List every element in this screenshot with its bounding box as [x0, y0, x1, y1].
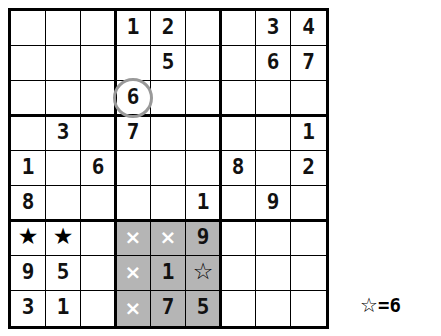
cell-r5c4[interactable] — [116, 151, 151, 186]
cell-r1c2[interactable] — [46, 11, 81, 46]
cell-r4c1[interactable] — [11, 116, 46, 151]
cell-r9c9[interactable] — [291, 291, 326, 326]
cell-r7c3[interactable] — [81, 221, 116, 256]
given-digit: 1 — [127, 17, 140, 38]
cell-r1c5[interactable]: 2 — [151, 11, 186, 46]
cell-r4c6[interactable] — [186, 116, 221, 151]
cell-r8c9[interactable] — [291, 256, 326, 291]
cell-r1c9[interactable]: 4 — [291, 11, 326, 46]
cell-r7c7[interactable] — [221, 221, 256, 256]
cell-r7c5[interactable]: × — [151, 221, 186, 256]
cell-r9c3[interactable] — [81, 291, 116, 326]
cell-r2c4[interactable] — [116, 46, 151, 81]
legend-text: =6 — [378, 296, 401, 315]
cell-r7c1[interactable]: ★ — [11, 221, 46, 256]
cell-r4c8[interactable] — [256, 116, 291, 151]
given-digit: 3 — [267, 17, 280, 38]
cell-r9c5[interactable]: 7 — [151, 291, 186, 326]
given-digit: 7 — [162, 297, 175, 318]
cell-r6c1[interactable]: 8 — [11, 186, 46, 221]
cell-r8c3[interactable] — [81, 256, 116, 291]
cell-r2c7[interactable] — [221, 46, 256, 81]
sudoku-diagram: 123456763711682819★★××995×1☆31×75 ☆=6 — [0, 0, 441, 336]
cell-r6c3[interactable] — [81, 186, 116, 221]
cell-r5c8[interactable] — [256, 151, 291, 186]
given-digit: 3 — [22, 297, 35, 318]
cell-r7c2[interactable]: ★ — [46, 221, 81, 256]
box-separator-horizontal-2 — [11, 219, 326, 222]
cell-r7c8[interactable] — [256, 221, 291, 256]
black-star-icon: ★ — [53, 225, 74, 248]
cell-r9c2[interactable]: 1 — [46, 291, 81, 326]
cell-r1c6[interactable] — [186, 11, 221, 46]
given-digit: 7 — [302, 52, 315, 73]
cell-r2c1[interactable] — [11, 46, 46, 81]
box-separator-horizontal-1 — [11, 114, 326, 117]
box-separator-vertical-1 — [114, 11, 117, 326]
given-digit: 1 — [162, 262, 175, 283]
cell-r6c8[interactable]: 9 — [256, 186, 291, 221]
cell-r6c9[interactable] — [291, 186, 326, 221]
cell-r8c7[interactable] — [221, 256, 256, 291]
given-digit: 1 — [302, 122, 315, 143]
cell-r5c9[interactable]: 2 — [291, 151, 326, 186]
cell-r4c3[interactable] — [81, 116, 116, 151]
given-digit: 1 — [57, 297, 70, 318]
given-digit: 2 — [302, 157, 315, 178]
given-digit: 8 — [22, 192, 35, 213]
cell-r8c5[interactable]: 1 — [151, 256, 186, 291]
cell-r8c6[interactable]: ☆ — [186, 256, 221, 291]
given-digit: 5 — [197, 297, 210, 318]
cell-r6c7[interactable] — [221, 186, 256, 221]
given-digit: 1 — [22, 157, 35, 178]
given-digit: 2 — [162, 17, 175, 38]
cell-r4c4[interactable]: 7 — [116, 116, 151, 151]
cell-r6c2[interactable] — [46, 186, 81, 221]
given-digit: 1 — [197, 192, 210, 213]
cell-r3c8[interactable] — [256, 81, 291, 116]
cell-r9c7[interactable] — [221, 291, 256, 326]
given-digit: 4 — [302, 17, 315, 38]
cell-r3c7[interactable] — [221, 81, 256, 116]
cell-r5c2[interactable] — [46, 151, 81, 186]
given-digit: 6 — [92, 157, 105, 178]
cell-r9c1[interactable]: 3 — [11, 291, 46, 326]
x-mark-icon: × — [125, 298, 142, 318]
box-separator-vertical-2 — [219, 11, 222, 326]
given-digit: 6 — [267, 52, 280, 73]
cell-r2c9[interactable]: 7 — [291, 46, 326, 81]
white-star-icon: ☆ — [193, 260, 214, 283]
cell-r1c8[interactable]: 3 — [256, 11, 291, 46]
cell-r3c4[interactable]: 6 — [116, 81, 151, 116]
cell-r3c2[interactable] — [46, 81, 81, 116]
cell-r4c9[interactable]: 1 — [291, 116, 326, 151]
cell-r7c4[interactable]: × — [116, 221, 151, 256]
given-digit: 9 — [22, 262, 35, 283]
cell-r2c8[interactable]: 6 — [256, 46, 291, 81]
cell-r3c6[interactable] — [186, 81, 221, 116]
cell-r5c7[interactable]: 8 — [221, 151, 256, 186]
cell-r2c3[interactable] — [81, 46, 116, 81]
cell-r5c6[interactable] — [186, 151, 221, 186]
given-digit: 5 — [162, 52, 175, 73]
cell-r6c4[interactable] — [116, 186, 151, 221]
cell-r8c1[interactable]: 9 — [11, 256, 46, 291]
cell-r3c3[interactable] — [81, 81, 116, 116]
cell-r4c2[interactable]: 3 — [46, 116, 81, 151]
black-star-icon: ★ — [18, 225, 39, 248]
cell-r8c2[interactable]: 5 — [46, 256, 81, 291]
given-digit: 9 — [267, 192, 280, 213]
cell-r2c6[interactable] — [186, 46, 221, 81]
given-digit: 3 — [57, 122, 70, 143]
cell-r3c1[interactable] — [11, 81, 46, 116]
cell-r1c3[interactable] — [81, 11, 116, 46]
cell-r7c9[interactable] — [291, 221, 326, 256]
given-digit: 5 — [57, 262, 70, 283]
cell-r8c8[interactable] — [256, 256, 291, 291]
cell-r2c5[interactable]: 5 — [151, 46, 186, 81]
given-digit: 7 — [127, 122, 140, 143]
given-digit: 8 — [232, 157, 245, 178]
x-mark-icon: × — [160, 227, 177, 247]
cell-r1c1[interactable] — [11, 11, 46, 46]
legend: ☆=6 — [360, 293, 401, 317]
cell-r4c7[interactable] — [221, 116, 256, 151]
cell-r9c8[interactable] — [256, 291, 291, 326]
cell-r1c7[interactable] — [221, 11, 256, 46]
cell-r3c5[interactable] — [151, 81, 186, 116]
given-digit: 6 — [127, 87, 140, 108]
sudoku-board: 123456763711682819★★××995×1☆31×75 — [8, 8, 329, 329]
cell-r4c5[interactable] — [151, 116, 186, 151]
cell-r6c6[interactable]: 1 — [186, 186, 221, 221]
cell-r1c4[interactable]: 1 — [116, 11, 151, 46]
legend-white-star-icon: ☆ — [360, 295, 378, 315]
x-mark-icon: × — [125, 227, 142, 247]
cell-r5c3[interactable]: 6 — [81, 151, 116, 186]
cell-r2c2[interactable] — [46, 46, 81, 81]
cell-r9c4[interactable]: × — [116, 291, 151, 326]
cell-r9c6[interactable]: 5 — [186, 291, 221, 326]
x-mark-icon: × — [125, 262, 142, 282]
cell-r5c5[interactable] — [151, 151, 186, 186]
cell-r5c1[interactable]: 1 — [11, 151, 46, 186]
cell-r6c5[interactable] — [151, 186, 186, 221]
cell-r8c4[interactable]: × — [116, 256, 151, 291]
cell-r7c6[interactable]: 9 — [186, 221, 221, 256]
cell-r3c9[interactable] — [291, 81, 326, 116]
given-digit: 9 — [197, 227, 210, 248]
